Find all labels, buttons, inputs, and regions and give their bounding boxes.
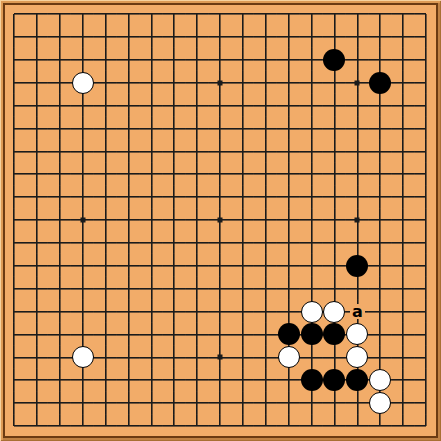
intersection [369, 186, 392, 209]
intersection [392, 231, 415, 254]
intersection [117, 415, 140, 438]
intersection [186, 186, 209, 209]
intersection [392, 163, 415, 186]
intersection [71, 415, 94, 438]
intersection [94, 186, 117, 209]
intersection [3, 94, 26, 117]
intersection [140, 415, 163, 438]
intersection [392, 300, 415, 323]
intersection [300, 71, 323, 94]
intersection [163, 277, 186, 300]
intersection [277, 71, 300, 94]
intersection [117, 209, 140, 232]
intersection [369, 369, 392, 392]
intersection [231, 48, 254, 71]
intersection [231, 323, 254, 346]
intersection [163, 71, 186, 94]
intersection [25, 3, 48, 26]
intersection [48, 25, 71, 48]
intersection [369, 25, 392, 48]
intersection [25, 323, 48, 346]
intersection [140, 186, 163, 209]
intersection [254, 3, 277, 26]
intersection [71, 300, 94, 323]
intersection [231, 392, 254, 415]
intersection [163, 48, 186, 71]
intersection [3, 25, 26, 48]
intersection [300, 48, 323, 71]
intersection [392, 415, 415, 438]
intersection [300, 25, 323, 48]
intersection [209, 392, 232, 415]
intersection [209, 277, 232, 300]
intersection [186, 415, 209, 438]
intersection [300, 231, 323, 254]
white-stone [346, 323, 368, 345]
intersection [117, 300, 140, 323]
intersection [415, 25, 438, 48]
intersection [48, 3, 71, 26]
intersection [277, 117, 300, 140]
intersection [186, 140, 209, 163]
intersection [277, 415, 300, 438]
intersection [323, 277, 346, 300]
white-stone [278, 346, 300, 368]
hoshi-point [80, 217, 85, 222]
intersection [3, 186, 26, 209]
intersection [254, 392, 277, 415]
intersection [3, 392, 26, 415]
intersection [323, 48, 346, 71]
black-stone [301, 323, 323, 345]
intersection [415, 117, 438, 140]
intersection [140, 117, 163, 140]
intersection [300, 254, 323, 277]
intersection [163, 369, 186, 392]
intersection [346, 48, 369, 71]
intersection [94, 369, 117, 392]
intersection [254, 25, 277, 48]
intersection [300, 323, 323, 346]
intersection [369, 415, 392, 438]
intersection [231, 346, 254, 369]
intersection [392, 392, 415, 415]
intersection [415, 346, 438, 369]
intersection [186, 3, 209, 26]
intersection [277, 48, 300, 71]
intersection [117, 392, 140, 415]
intersection [48, 392, 71, 415]
intersection [3, 3, 26, 26]
intersection [94, 300, 117, 323]
intersection [48, 94, 71, 117]
intersection [323, 117, 346, 140]
intersection [254, 346, 277, 369]
intersection [392, 209, 415, 232]
intersection [369, 48, 392, 71]
intersection [117, 117, 140, 140]
intersection [369, 323, 392, 346]
intersection [48, 117, 71, 140]
intersection [209, 323, 232, 346]
intersection [94, 277, 117, 300]
intersection [94, 209, 117, 232]
intersection [140, 25, 163, 48]
black-stone [323, 49, 345, 71]
intersection [231, 300, 254, 323]
intersection [140, 209, 163, 232]
intersection [231, 3, 254, 26]
intersection [415, 300, 438, 323]
intersection [140, 3, 163, 26]
intersection [94, 94, 117, 117]
intersection [231, 25, 254, 48]
intersection [277, 186, 300, 209]
intersection [300, 300, 323, 323]
intersection [94, 346, 117, 369]
intersection [300, 415, 323, 438]
intersection [300, 209, 323, 232]
intersection [71, 71, 94, 94]
intersection [48, 369, 71, 392]
intersection [254, 254, 277, 277]
intersection [323, 3, 346, 26]
intersection [3, 254, 26, 277]
intersection [48, 277, 71, 300]
intersection [94, 71, 117, 94]
intersection [277, 231, 300, 254]
intersection [3, 277, 26, 300]
intersection [392, 71, 415, 94]
intersection [117, 71, 140, 94]
white-stone [72, 346, 94, 368]
intersection [415, 94, 438, 117]
intersection [140, 94, 163, 117]
intersection [140, 163, 163, 186]
intersection [25, 140, 48, 163]
intersection [209, 71, 232, 94]
intersection [71, 140, 94, 163]
intersection [140, 48, 163, 71]
intersection [25, 94, 48, 117]
intersection [140, 231, 163, 254]
intersection [3, 163, 26, 186]
intersection [254, 48, 277, 71]
intersection [3, 140, 26, 163]
intersection [392, 117, 415, 140]
intersection [254, 140, 277, 163]
intersection [209, 48, 232, 71]
intersection [277, 163, 300, 186]
intersection [300, 369, 323, 392]
intersection [209, 346, 232, 369]
intersection [369, 163, 392, 186]
intersection [231, 369, 254, 392]
intersection [140, 254, 163, 277]
hoshi-point [217, 80, 222, 85]
intersection [392, 25, 415, 48]
intersection [231, 163, 254, 186]
intersection [25, 117, 48, 140]
intersection: a [346, 300, 369, 323]
intersection [48, 71, 71, 94]
intersection [415, 186, 438, 209]
intersection [254, 415, 277, 438]
intersection [323, 231, 346, 254]
intersection [415, 231, 438, 254]
intersection [186, 254, 209, 277]
intersection [323, 186, 346, 209]
intersection [71, 346, 94, 369]
intersection [48, 231, 71, 254]
intersection [3, 209, 26, 232]
hoshi-point [217, 355, 222, 360]
intersection [71, 186, 94, 209]
intersection [346, 163, 369, 186]
intersection [117, 254, 140, 277]
intersection [163, 415, 186, 438]
intersection [346, 94, 369, 117]
intersection [25, 277, 48, 300]
intersection [163, 25, 186, 48]
intersection [3, 231, 26, 254]
intersection [346, 277, 369, 300]
intersection [392, 48, 415, 71]
intersection [94, 117, 117, 140]
intersection [277, 140, 300, 163]
intersection [209, 415, 232, 438]
intersection [186, 323, 209, 346]
intersection [346, 140, 369, 163]
intersection [48, 163, 71, 186]
intersection [163, 209, 186, 232]
intersection [277, 323, 300, 346]
black-stone [369, 72, 391, 94]
intersection [117, 323, 140, 346]
intersection [392, 3, 415, 26]
intersection [392, 369, 415, 392]
intersection [415, 323, 438, 346]
intersection [25, 415, 48, 438]
intersection [415, 71, 438, 94]
intersection [163, 323, 186, 346]
intersection [392, 140, 415, 163]
intersection [369, 209, 392, 232]
intersection [48, 323, 71, 346]
intersection [117, 346, 140, 369]
intersection [117, 3, 140, 26]
intersection [392, 323, 415, 346]
intersection [415, 3, 438, 26]
intersection [346, 392, 369, 415]
intersection [346, 323, 369, 346]
intersection [186, 25, 209, 48]
intersection [3, 323, 26, 346]
intersection [254, 209, 277, 232]
intersection [323, 209, 346, 232]
intersection [231, 209, 254, 232]
intersection [25, 369, 48, 392]
intersection [71, 3, 94, 26]
intersection [71, 25, 94, 48]
intersection [277, 300, 300, 323]
intersection [163, 392, 186, 415]
intersection [231, 231, 254, 254]
intersection [163, 186, 186, 209]
intersection [369, 300, 392, 323]
intersection [254, 277, 277, 300]
intersection [254, 369, 277, 392]
intersection [186, 231, 209, 254]
intersection [323, 71, 346, 94]
intersection [71, 209, 94, 232]
intersection [254, 163, 277, 186]
intersection [231, 254, 254, 277]
intersection [369, 94, 392, 117]
intersection [209, 186, 232, 209]
intersection [25, 392, 48, 415]
intersection [323, 369, 346, 392]
intersection [323, 163, 346, 186]
intersection [277, 369, 300, 392]
intersection [25, 48, 48, 71]
intersection [186, 117, 209, 140]
intersection [254, 94, 277, 117]
intersection [231, 117, 254, 140]
intersection [140, 277, 163, 300]
intersection [209, 254, 232, 277]
intersection [71, 231, 94, 254]
intersection [186, 163, 209, 186]
intersection [231, 186, 254, 209]
intersection [369, 140, 392, 163]
intersection [71, 323, 94, 346]
intersection [346, 369, 369, 392]
intersection [300, 346, 323, 369]
intersection [140, 140, 163, 163]
intersection [415, 48, 438, 71]
intersection [94, 48, 117, 71]
intersection [300, 186, 323, 209]
intersection [71, 48, 94, 71]
intersection [209, 3, 232, 26]
intersection [231, 415, 254, 438]
intersection [277, 254, 300, 277]
intersection [186, 71, 209, 94]
intersection [25, 209, 48, 232]
intersection [117, 25, 140, 48]
intersection [209, 163, 232, 186]
hoshi-point [217, 217, 222, 222]
intersection [71, 117, 94, 140]
white-stone [72, 72, 94, 94]
intersection [231, 94, 254, 117]
intersection [48, 254, 71, 277]
intersection [346, 117, 369, 140]
white-stone [323, 301, 345, 323]
intersection [48, 346, 71, 369]
intersection [186, 94, 209, 117]
intersection [140, 392, 163, 415]
intersection [3, 346, 26, 369]
white-stone [369, 369, 391, 391]
intersection [323, 140, 346, 163]
intersection [163, 254, 186, 277]
intersection [48, 140, 71, 163]
intersection [369, 3, 392, 26]
intersection [415, 392, 438, 415]
intersection [300, 277, 323, 300]
board-grid: a [3, 3, 438, 438]
intersection [277, 209, 300, 232]
white-stone [301, 301, 323, 323]
intersection [3, 415, 26, 438]
intersection [231, 71, 254, 94]
intersection [163, 140, 186, 163]
intersection [209, 231, 232, 254]
intersection [94, 25, 117, 48]
intersection [231, 140, 254, 163]
intersection [323, 25, 346, 48]
intersection [117, 231, 140, 254]
intersection [163, 3, 186, 26]
intersection [369, 231, 392, 254]
intersection [392, 186, 415, 209]
intersection [415, 415, 438, 438]
intersection [346, 186, 369, 209]
intersection [163, 163, 186, 186]
intersection [254, 323, 277, 346]
go-board: a [0, 0, 441, 441]
intersection [3, 300, 26, 323]
intersection [140, 71, 163, 94]
intersection [346, 231, 369, 254]
intersection [163, 117, 186, 140]
intersection [186, 209, 209, 232]
intersection [94, 254, 117, 277]
point-label-a: a [350, 304, 365, 319]
intersection [3, 369, 26, 392]
intersection [346, 346, 369, 369]
hoshi-point [355, 80, 360, 85]
intersection [392, 254, 415, 277]
intersection [254, 300, 277, 323]
intersection [415, 369, 438, 392]
intersection [346, 209, 369, 232]
intersection [369, 71, 392, 94]
intersection [346, 3, 369, 26]
intersection [94, 3, 117, 26]
intersection [209, 369, 232, 392]
intersection [117, 140, 140, 163]
intersection [117, 163, 140, 186]
intersection [323, 415, 346, 438]
intersection [346, 71, 369, 94]
intersection [277, 277, 300, 300]
intersection [392, 277, 415, 300]
intersection [48, 186, 71, 209]
intersection [415, 163, 438, 186]
intersection [369, 117, 392, 140]
intersection [323, 323, 346, 346]
intersection [346, 25, 369, 48]
intersection [48, 300, 71, 323]
intersection [25, 25, 48, 48]
black-stone [301, 369, 323, 391]
intersection [277, 25, 300, 48]
intersection [3, 117, 26, 140]
intersection [186, 369, 209, 392]
